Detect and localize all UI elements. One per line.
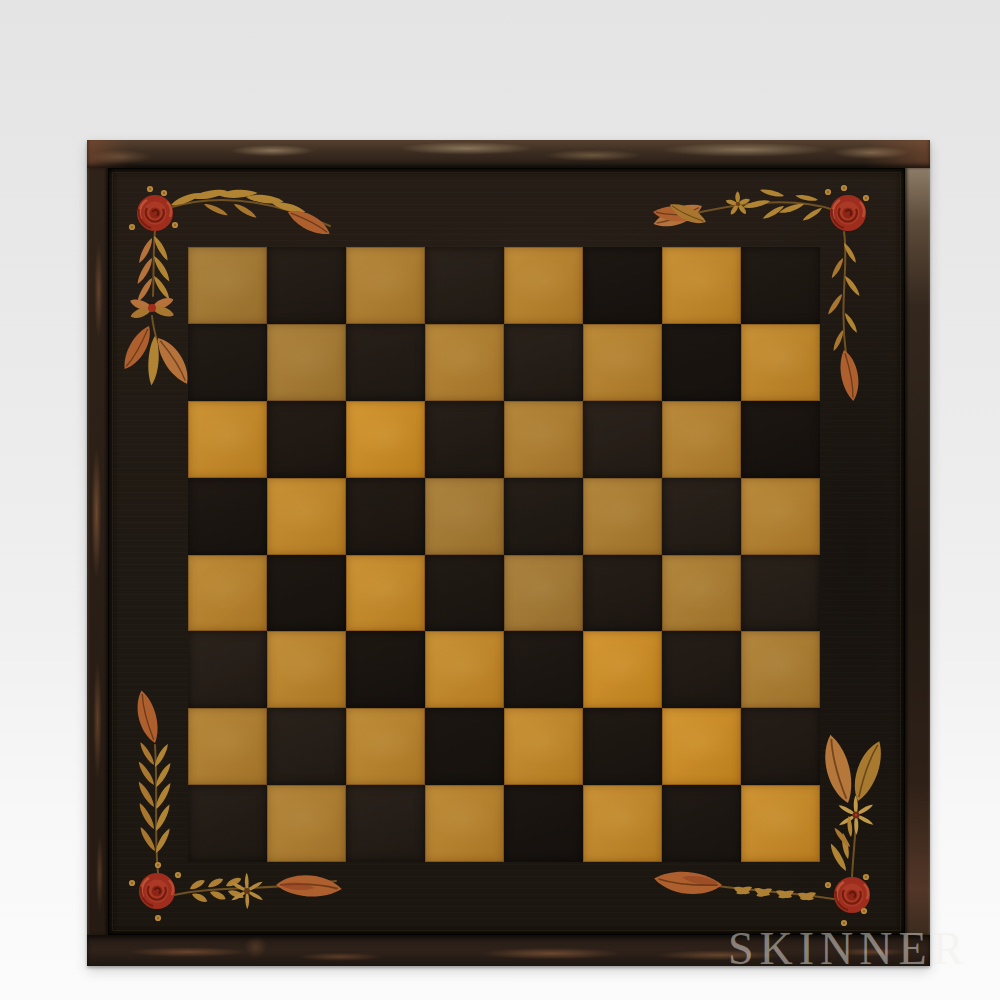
tl-leaf-spray bbox=[168, 188, 333, 241]
square-e6 bbox=[504, 401, 583, 478]
rose-motif bbox=[139, 873, 175, 909]
square-h6 bbox=[741, 401, 820, 478]
square-g2 bbox=[662, 708, 741, 785]
square-c6 bbox=[346, 401, 425, 478]
square-b2 bbox=[267, 708, 346, 785]
tr-leaf-spray bbox=[651, 187, 834, 231]
square-c5 bbox=[346, 478, 425, 555]
tr-cascade bbox=[826, 232, 862, 402]
square-g6 bbox=[662, 401, 741, 478]
square-b1 bbox=[267, 785, 346, 862]
studio-backdrop: SKINNER bbox=[0, 0, 1000, 1000]
rose-motif bbox=[137, 195, 173, 231]
square-e8 bbox=[504, 247, 583, 324]
square-b6 bbox=[267, 401, 346, 478]
square-a6 bbox=[188, 401, 267, 478]
square-d7 bbox=[425, 324, 504, 401]
square-g1 bbox=[662, 785, 741, 862]
square-b3 bbox=[267, 631, 346, 708]
square-e7 bbox=[504, 324, 583, 401]
tr-whorl bbox=[725, 191, 751, 216]
checker-grid bbox=[188, 247, 820, 862]
square-d3 bbox=[425, 631, 504, 708]
square-e5 bbox=[504, 478, 583, 555]
square-d5 bbox=[425, 478, 504, 555]
square-h2 bbox=[741, 708, 820, 785]
bl-laurel bbox=[133, 689, 173, 873]
square-f5 bbox=[583, 478, 662, 555]
square-f1 bbox=[583, 785, 662, 862]
square-a4 bbox=[188, 555, 267, 632]
square-b5 bbox=[267, 478, 346, 555]
board-rim-right bbox=[905, 168, 930, 935]
square-a2 bbox=[188, 708, 267, 785]
board-rim-left bbox=[87, 168, 108, 935]
square-g8 bbox=[662, 247, 741, 324]
square-c8 bbox=[346, 247, 425, 324]
square-h8 bbox=[741, 247, 820, 324]
square-g3 bbox=[662, 631, 741, 708]
square-c3 bbox=[346, 631, 425, 708]
board-rim-top bbox=[87, 140, 930, 168]
br-daisy bbox=[838, 795, 875, 877]
square-h3 bbox=[741, 631, 820, 708]
square-e3 bbox=[504, 631, 583, 708]
square-b4 bbox=[267, 555, 346, 632]
square-a7 bbox=[188, 324, 267, 401]
square-f2 bbox=[583, 708, 662, 785]
square-c7 bbox=[346, 324, 425, 401]
bl-star-blossom bbox=[230, 873, 264, 909]
painted-field bbox=[108, 168, 905, 935]
br-upper-leaves bbox=[820, 732, 889, 806]
square-f8 bbox=[583, 247, 662, 324]
square-e4 bbox=[504, 555, 583, 632]
square-f6 bbox=[583, 401, 662, 478]
rose-motif bbox=[830, 195, 866, 231]
square-g7 bbox=[662, 324, 741, 401]
skinner-watermark: SKINNER bbox=[728, 926, 969, 972]
square-b7 bbox=[267, 324, 346, 401]
square-e1 bbox=[504, 785, 583, 862]
square-d1 bbox=[425, 785, 504, 862]
square-c2 bbox=[346, 708, 425, 785]
square-h1 bbox=[741, 785, 820, 862]
square-f4 bbox=[583, 555, 662, 632]
checkerboard bbox=[87, 140, 930, 966]
square-g4 bbox=[662, 555, 741, 632]
square-a1 bbox=[188, 785, 267, 862]
square-h7 bbox=[741, 324, 820, 401]
square-b8 bbox=[267, 247, 346, 324]
square-c1 bbox=[346, 785, 425, 862]
square-d8 bbox=[425, 247, 504, 324]
square-h4 bbox=[741, 555, 820, 632]
bl-vine bbox=[174, 872, 343, 909]
square-d6 bbox=[425, 401, 504, 478]
square-e2 bbox=[504, 708, 583, 785]
square-f7 bbox=[583, 324, 662, 401]
square-a5 bbox=[188, 478, 267, 555]
br-grass bbox=[828, 815, 853, 872]
bow-center bbox=[148, 304, 156, 312]
square-a3 bbox=[188, 631, 267, 708]
rose-motif bbox=[834, 877, 870, 913]
square-g5 bbox=[662, 478, 741, 555]
square-h5 bbox=[741, 478, 820, 555]
tl-ribbon-chain bbox=[118, 230, 195, 388]
square-a8 bbox=[188, 247, 267, 324]
br-vine bbox=[653, 867, 834, 902]
square-c4 bbox=[346, 555, 425, 632]
square-f3 bbox=[583, 631, 662, 708]
square-d4 bbox=[425, 555, 504, 632]
square-d2 bbox=[425, 708, 504, 785]
